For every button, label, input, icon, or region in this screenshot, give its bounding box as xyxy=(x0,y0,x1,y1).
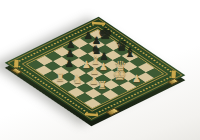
chess-board: ♚♛♝♟♟♞♟♛♟♟♝♟♚♟♟♟♟♟♜♞♜ xyxy=(5,17,186,122)
black-bishop: ♝ xyxy=(121,46,139,59)
photo-background: ♚♛♝♟♟♞♟♛♟♟♝♟♚♟♟♟♟♟♜♞♜ xyxy=(0,0,200,140)
white-king: ♚ xyxy=(111,67,129,83)
frame-corner-ornament xyxy=(171,70,176,78)
white-knight: ♞ xyxy=(68,73,86,85)
white-rook: ♜ xyxy=(93,80,111,91)
frame-corner-ornament xyxy=(14,60,19,68)
white-pawn: ♟ xyxy=(128,74,146,84)
white-rook: ♜ xyxy=(51,72,69,83)
black-pawn: ♟ xyxy=(61,59,79,69)
